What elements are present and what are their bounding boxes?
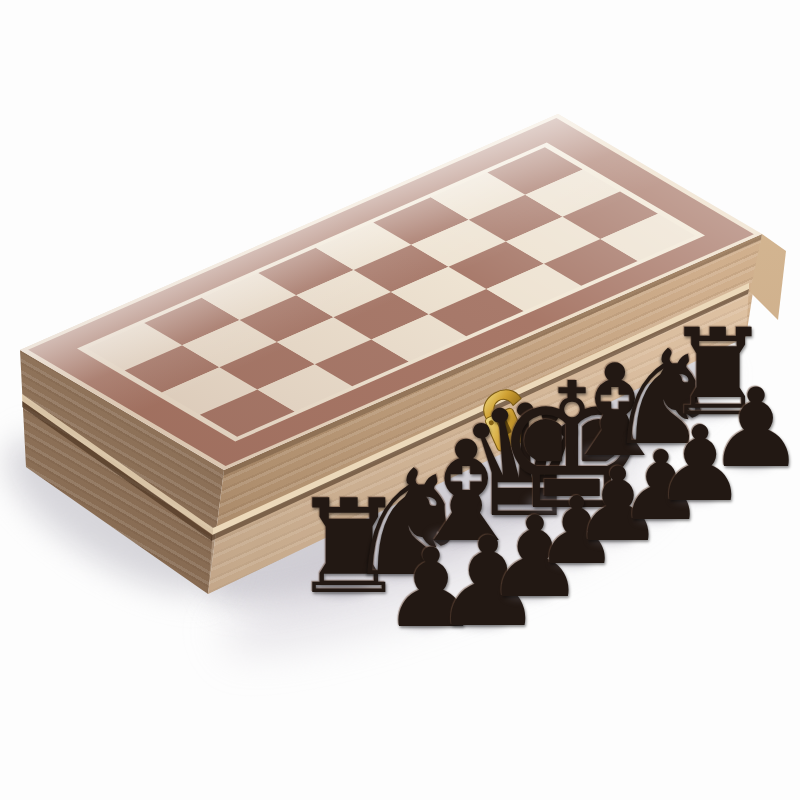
chess-piece-dark-pawn: ♟: [702, 374, 800, 483]
scene-stage: ♜♞♝♛♚♝♞♜♟♟♟♟♟♟♟♟: [0, 0, 800, 800]
pieces-layer: ♜♞♝♛♚♝♞♜♟♟♟♟♟♟♟♟: [0, 0, 800, 800]
